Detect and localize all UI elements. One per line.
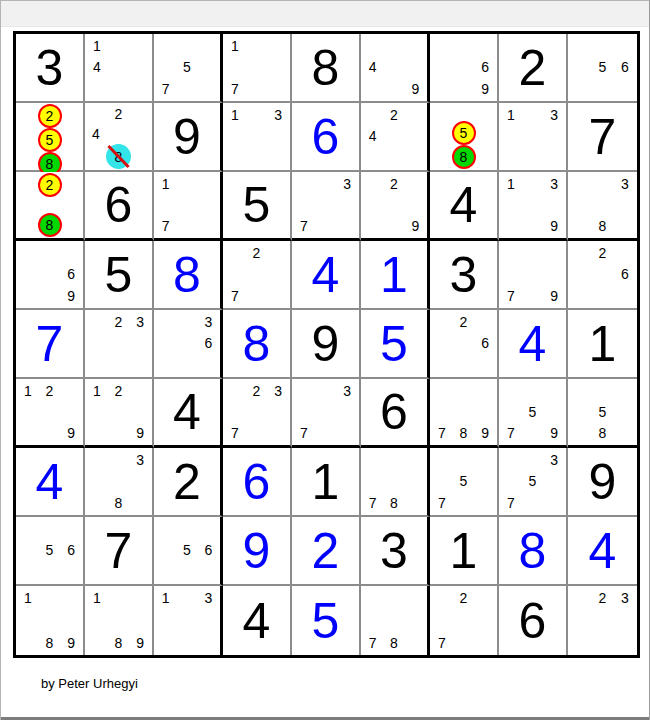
candidate-slot-3: 3	[336, 380, 358, 401]
cell-value: 7	[85, 517, 152, 584]
cell-r1c7[interactable]: 69	[430, 34, 499, 103]
candidate-slot-1	[17, 104, 38, 128]
candidate-8-cyan-slash-mark: 8	[106, 144, 131, 169]
cell-r5c6[interactable]: 5	[361, 310, 430, 379]
cell-r1c9[interactable]: 56	[568, 34, 637, 103]
cell-r3c3[interactable]: 17	[154, 172, 223, 241]
candidate-grid: 37	[293, 380, 358, 444]
cell-r2c8[interactable]: 13	[499, 103, 568, 172]
cell-r9c8[interactable]: 6	[499, 586, 568, 655]
candidate-slot-4	[17, 540, 39, 562]
cell-value: 5	[292, 586, 359, 655]
cell-value: 9	[292, 310, 359, 377]
cell-r6c7[interactable]: 789	[430, 379, 499, 448]
candidate-slot-1	[17, 173, 38, 197]
candidate-slot-2	[176, 173, 197, 194]
candidate-slot-8: 8	[591, 423, 613, 444]
cell-r1c2[interactable]: 14	[85, 34, 154, 103]
candidate-slot-4	[293, 401, 315, 422]
cell-r8c8[interactable]: 8	[499, 517, 568, 586]
candidate-slot-5: 5	[452, 121, 476, 145]
candidate-slot-3	[267, 35, 289, 57]
candidate-grid: 38	[86, 449, 151, 514]
candidate-slot-2: 2	[591, 242, 613, 264]
candidate-9: 9	[411, 219, 419, 233]
cell-r9c2[interactable]: 189	[85, 586, 154, 655]
candidate-slot-1: 1	[155, 587, 176, 609]
candidate-grid: 23	[569, 587, 636, 654]
candidate-slot-9: 9	[543, 216, 565, 237]
candidate-slot-7: 7	[293, 423, 315, 444]
candidate-8: 8	[390, 636, 398, 650]
candidate-slot-1	[500, 380, 522, 401]
candidate-slot-7	[500, 147, 522, 169]
candidate-slot-2	[591, 173, 613, 194]
candidate-slot-2: 2	[38, 104, 62, 128]
candidate-slot-1	[155, 518, 176, 540]
candidate-slot-2	[315, 380, 337, 401]
cell-r3c2[interactable]: 6	[85, 172, 154, 241]
candidate-slot-4	[224, 264, 246, 286]
candidate-2: 2	[599, 246, 607, 260]
candidate-7: 7	[300, 219, 308, 233]
cell-r4c7[interactable]: 3	[430, 241, 499, 310]
candidate-slot-7	[431, 78, 453, 100]
cell-r8c4[interactable]: 9	[223, 517, 292, 586]
cell-value: 5	[223, 172, 290, 238]
candidate-9: 9	[481, 82, 489, 96]
candidate-slot-7	[155, 561, 176, 583]
candidate-slot-8	[246, 147, 268, 169]
cell-r1c3[interactable]: 57	[154, 34, 223, 103]
candidate-slot-7	[569, 423, 591, 444]
candidate-slot-8	[522, 147, 544, 169]
cell-r3c5[interactable]: 37	[292, 172, 361, 241]
cell-r9c4[interactable]: 4	[223, 586, 292, 655]
candidate-slot-3: 3	[267, 104, 289, 126]
cell-r5c4[interactable]: 8	[223, 310, 292, 379]
candidate-slot-9	[62, 213, 83, 237]
cell-r4c2[interactable]: 5	[85, 241, 154, 310]
cell-r6c9[interactable]: 58	[568, 379, 637, 448]
candidate-slot-6	[131, 124, 151, 144]
candidate-slot-3	[198, 173, 219, 194]
cell-r4c9[interactable]: 26	[568, 241, 637, 310]
candidate-slot-4: 4	[362, 126, 383, 148]
window-top-strip	[1, 1, 649, 27]
candidate-2: 2	[390, 177, 398, 191]
candidate-slot-7	[155, 632, 176, 654]
cell-r1c5[interactable]: 8	[292, 34, 361, 103]
candidate-slot-1	[431, 35, 453, 57]
candidate-6: 6	[204, 543, 212, 557]
candidate-slot-3	[474, 311, 496, 333]
candidate-slot-1	[362, 104, 383, 126]
candidate-slot-2: 2	[106, 104, 131, 124]
candidate-1: 1	[24, 384, 32, 398]
cell-value: 4	[499, 310, 566, 377]
cell-r4c8[interactable]: 79	[499, 241, 568, 310]
cell-r6c1[interactable]: 129	[16, 379, 85, 448]
candidate-grid: 79	[500, 242, 565, 307]
cell-r6c3[interactable]: 4	[154, 379, 223, 448]
candidate-slot-4	[431, 57, 453, 79]
candidate-slot-2	[383, 449, 404, 471]
candidate-5: 5	[599, 60, 607, 74]
candidate-slot-9: 9	[60, 285, 82, 307]
candidate-slot-5: 5	[176, 540, 197, 562]
cell-r7c1[interactable]: 4	[16, 448, 85, 517]
candidate-9: 9	[136, 636, 144, 650]
candidate-slot-8	[176, 216, 197, 237]
candidate-slot-4	[500, 126, 522, 148]
candidate-grid: 29	[362, 173, 426, 237]
candidate-slot-3: 3	[614, 587, 636, 609]
candidate-slot-7: 7	[362, 492, 383, 514]
cell-r8c6[interactable]: 3	[361, 517, 430, 586]
candidate-5: 5	[183, 543, 191, 557]
cell-r9c5[interactable]: 5	[292, 586, 361, 655]
cell-r2c1[interactable]: 258	[16, 103, 85, 172]
candidate-slot-2	[453, 449, 475, 471]
cell-r4c5[interactable]: 4	[292, 241, 361, 310]
candidate-8: 8	[460, 426, 468, 440]
cell-r7c7[interactable]: 57	[430, 448, 499, 517]
candidate-slot-8: 8	[106, 144, 131, 169]
cell-r5c3[interactable]: 36	[154, 310, 223, 379]
candidate-slot-4	[569, 609, 591, 631]
candidate-slot-6	[129, 609, 151, 631]
candidate-slot-1	[362, 173, 383, 194]
candidate-slot-7	[86, 354, 108, 376]
candidate-grid: 38	[569, 173, 636, 237]
candidate-slot-6: 6	[614, 264, 636, 286]
cell-r2c2[interactable]: 248	[85, 103, 154, 172]
cell-r1c8[interactable]: 2	[499, 34, 568, 103]
candidate-slot-6	[474, 401, 496, 422]
candidate-slot-1	[569, 380, 591, 401]
candidate-slot-5	[591, 609, 613, 631]
cell-r4c6[interactable]: 1	[361, 241, 430, 310]
candidate-9: 9	[411, 82, 419, 96]
candidate-slot-8	[453, 632, 475, 654]
candidate-9: 9	[550, 426, 558, 440]
cell-r5c9[interactable]: 1	[568, 310, 637, 379]
candidate-slot-2	[383, 587, 404, 609]
candidate-slot-1: 1	[500, 104, 522, 126]
candidate-slot-4	[17, 609, 39, 631]
candidate-2: 2	[115, 384, 123, 398]
candidate-5-yellow-circle-mark: 5	[452, 121, 476, 145]
cell-r8c1[interactable]: 56	[16, 517, 85, 586]
candidate-3: 3	[274, 108, 282, 122]
candidate-5: 5	[529, 474, 537, 488]
cell-r7c4[interactable]: 6	[223, 448, 292, 517]
cell-r4c1[interactable]: 69	[16, 241, 85, 310]
candidate-slot-9	[336, 216, 358, 237]
cell-r7c2[interactable]: 38	[85, 448, 154, 517]
cell-r6c5[interactable]: 37	[292, 379, 361, 448]
candidate-slot-8	[591, 78, 613, 100]
candidate-slot-9	[474, 354, 496, 376]
cell-r5c5[interactable]: 9	[292, 310, 361, 379]
candidate-slot-6	[129, 401, 151, 422]
candidate-slot-6: 6	[474, 57, 496, 79]
candidate-slot-4: 4	[86, 57, 108, 79]
cell-r1c4[interactable]: 17	[223, 34, 292, 103]
candidate-slot-5	[176, 194, 197, 215]
cell-r4c3[interactable]: 8	[154, 241, 223, 310]
candidate-slot-2	[39, 518, 61, 540]
candidate-3: 3	[274, 384, 282, 398]
candidate-grid: 357	[500, 449, 565, 514]
cell-r7c6[interactable]: 78	[361, 448, 430, 517]
candidate-slot-8	[39, 561, 61, 583]
cell-r6c6[interactable]: 6	[361, 379, 430, 448]
candidate-slot-5	[108, 401, 130, 422]
candidate-slot-1	[17, 242, 39, 264]
candidate-slot-9	[198, 354, 219, 376]
candidate-slot-8	[453, 354, 475, 376]
candidate-slot-7	[569, 285, 591, 307]
cell-r3c4[interactable]: 5	[223, 172, 292, 241]
candidate-slot-4	[431, 609, 453, 631]
cell-r2c9[interactable]: 7	[568, 103, 637, 172]
candidate-slot-2: 2	[108, 380, 130, 401]
cell-r4c4[interactable]: 27	[223, 241, 292, 310]
candidate-slot-9	[405, 147, 426, 169]
cell-r1c6[interactable]: 49	[361, 34, 430, 103]
candidate-slot-7: 7	[293, 216, 315, 237]
cell-r2c3[interactable]: 9	[154, 103, 223, 172]
candidate-slot-9: 9	[405, 78, 426, 100]
cell-r8c5[interactable]: 2	[292, 517, 361, 586]
cell-r8c2[interactable]: 7	[85, 517, 154, 586]
cell-r5c8[interactable]: 4	[499, 310, 568, 379]
candidate-slot-5	[38, 197, 62, 213]
cell-r6c4[interactable]: 237	[223, 379, 292, 448]
candidate-slot-2	[591, 380, 613, 401]
candidate-slot-9: 9	[405, 216, 426, 237]
candidate-slot-5	[315, 194, 337, 215]
candidate-slot-2	[522, 449, 544, 471]
candidate-slot-5	[246, 264, 268, 286]
candidate-slot-7	[17, 213, 38, 237]
candidate-slot-3: 3	[198, 587, 219, 609]
candidate-slot-9: 9	[129, 423, 151, 444]
candidate-slot-1	[500, 449, 522, 471]
cell-r2c7[interactable]: 58	[430, 103, 499, 172]
candidate-slot-2	[39, 587, 61, 609]
candidate-slot-9	[131, 144, 151, 169]
candidate-slot-5	[591, 194, 613, 215]
cell-r8c7[interactable]: 1	[430, 517, 499, 586]
candidate-slot-2	[522, 173, 544, 194]
candidate-slot-2	[591, 35, 613, 57]
cell-r3c7[interactable]: 4	[430, 172, 499, 241]
cell-r9c9[interactable]: 23	[568, 586, 637, 655]
candidate-slot-4	[224, 401, 246, 422]
candidate-3: 3	[136, 315, 144, 329]
cell-r5c1[interactable]: 7	[16, 310, 85, 379]
candidate-slot-4	[293, 194, 315, 215]
candidate-slot-4	[500, 401, 522, 422]
candidate-slot-3	[405, 587, 426, 609]
candidate-slot-3	[543, 380, 565, 401]
cell-r3c8[interactable]: 139	[499, 172, 568, 241]
candidate-slot-3	[614, 35, 636, 57]
candidate-slot-7	[431, 145, 452, 169]
candidate-5: 5	[529, 405, 537, 419]
candidate-slot-8: 8	[383, 632, 404, 654]
cell-r9c6[interactable]: 78	[361, 586, 430, 655]
cell-r8c9[interactable]: 4	[568, 517, 637, 586]
candidate-slot-4	[155, 194, 176, 215]
candidate-slot-6	[267, 126, 289, 148]
cell-r1c1[interactable]: 3	[16, 34, 85, 103]
cell-value: 7	[16, 310, 83, 377]
candidate-slot-4	[431, 471, 453, 493]
candidate-1: 1	[507, 177, 515, 191]
candidate-grid: 57	[431, 449, 496, 514]
candidate-slot-6	[267, 401, 289, 422]
cell-r3c1[interactable]: 28	[16, 172, 85, 241]
candidate-5: 5	[46, 543, 54, 557]
cell-r3c6[interactable]: 29	[361, 172, 430, 241]
cell-r3c9[interactable]: 38	[568, 172, 637, 241]
cell-r2c6[interactable]: 24	[361, 103, 430, 172]
cell-value: 4	[16, 448, 83, 515]
candidate-slot-5	[453, 57, 475, 79]
cell-value: 1	[361, 241, 427, 308]
candidate-slot-3	[476, 104, 497, 121]
cell-r7c8[interactable]: 357	[499, 448, 568, 517]
candidate-grid: 17	[155, 173, 219, 237]
candidate-grid: 27	[431, 587, 496, 654]
candidate-slot-6: 6	[198, 540, 219, 562]
candidate-slot-3: 3	[543, 104, 565, 126]
candidate-slot-4	[224, 57, 246, 79]
candidate-slot-2	[108, 587, 130, 609]
candidate-slot-1: 1	[86, 587, 108, 609]
candidate-slot-1: 1	[86, 380, 108, 401]
candidate-grid: 24	[362, 104, 426, 169]
candidate-slot-7	[362, 216, 383, 237]
candidate-slot-5	[106, 124, 131, 144]
cell-value: 2	[292, 517, 359, 584]
candidate-9: 9	[67, 289, 75, 303]
candidate-slot-5	[39, 264, 61, 286]
candidate-slot-7: 7	[431, 632, 453, 654]
candidate-slot-8	[246, 423, 268, 444]
candidate-2: 2	[460, 591, 468, 605]
candidate-slot-1	[293, 173, 315, 194]
cell-value: 8	[499, 517, 566, 584]
candidate-slot-9	[267, 285, 289, 307]
cell-r5c7[interactable]: 26	[430, 310, 499, 379]
candidate-slot-6	[543, 264, 565, 286]
candidate-slot-1	[431, 104, 452, 121]
cell-value: 9	[223, 517, 290, 584]
cell-r9c1[interactable]: 189	[16, 586, 85, 655]
candidate-slot-3: 3	[129, 311, 151, 333]
candidate-slot-8: 8	[383, 492, 404, 514]
cell-r5c2[interactable]: 23	[85, 310, 154, 379]
candidate-1: 1	[93, 39, 101, 53]
candidate-slot-4	[86, 471, 108, 493]
cell-r7c9[interactable]: 9	[568, 448, 637, 517]
candidate-grid: 58	[431, 104, 496, 169]
candidate-slot-7	[17, 285, 39, 307]
candidate-7: 7	[300, 426, 308, 440]
candidate-slot-2	[176, 35, 197, 57]
candidate-grid: 56	[155, 518, 219, 583]
candidate-grid: 78	[362, 587, 426, 654]
candidate-slot-8: 8	[453, 423, 475, 444]
cell-r7c3[interactable]: 2	[154, 448, 223, 517]
candidate-slot-8	[39, 423, 61, 444]
candidate-1: 1	[162, 177, 170, 191]
cell-r2c5[interactable]: 6	[292, 103, 361, 172]
cell-value: 4	[223, 586, 290, 655]
candidate-1: 1	[93, 591, 101, 605]
candidate-slot-3	[129, 35, 151, 57]
cell-value: 4	[430, 172, 497, 238]
candidate-3: 3	[550, 177, 558, 191]
sudoku-app-window: 3145717849692562582489136245813728617537…	[0, 0, 650, 720]
candidate-slot-6	[198, 609, 219, 631]
candidate-slot-1	[362, 35, 383, 57]
candidate-slot-3: 3	[336, 173, 358, 194]
cell-r2c4[interactable]: 13	[223, 103, 292, 172]
candidate-slot-3	[198, 35, 219, 57]
candidate-slot-5: 5	[591, 57, 613, 79]
cell-r6c8[interactable]: 579	[499, 379, 568, 448]
cell-r8c3[interactable]: 56	[154, 517, 223, 586]
candidate-slot-3	[129, 587, 151, 609]
candidate-slot-8: 8	[38, 213, 62, 237]
cell-r9c3[interactable]: 13	[154, 586, 223, 655]
candidate-slot-7	[362, 147, 383, 169]
cell-r6c2[interactable]: 129	[85, 379, 154, 448]
candidate-slot-6	[60, 401, 82, 422]
cell-value: 2	[499, 34, 566, 101]
cell-value: 8	[292, 34, 359, 101]
candidate-slot-3	[131, 104, 151, 124]
candidate-slot-6	[543, 401, 565, 422]
candidate-slot-6	[614, 609, 636, 631]
cell-r7c5[interactable]: 1	[292, 448, 361, 517]
candidate-7: 7	[438, 636, 446, 650]
candidate-slot-7	[17, 561, 39, 583]
candidate-slot-9	[129, 354, 151, 376]
candidate-slot-5	[383, 471, 404, 493]
candidate-slot-7	[569, 78, 591, 100]
candidate-slot-5: 5	[591, 401, 613, 422]
candidate-9: 9	[550, 219, 558, 233]
candidate-slot-9	[198, 78, 219, 100]
candidate-slot-5	[108, 471, 130, 493]
candidate-slot-8	[176, 78, 197, 100]
candidate-grid: 23	[86, 311, 151, 376]
candidate-slot-6	[405, 609, 426, 631]
candidate-slot-1	[431, 380, 453, 401]
candidate-slot-6	[336, 401, 358, 422]
cell-value: 6	[292, 103, 359, 170]
cell-r9c7[interactable]: 27	[430, 586, 499, 655]
candidate-slot-5: 5	[522, 471, 544, 493]
candidate-slot-4: 4	[362, 57, 383, 79]
